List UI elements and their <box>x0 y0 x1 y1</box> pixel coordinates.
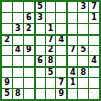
sudoku-cell-r4c7[interactable] <box>67 35 77 45</box>
sudoku-board: 53763132127449275684548971589 <box>0 0 101 101</box>
sudoku-cell-r8c3[interactable] <box>24 78 34 88</box>
sudoku-cell-r5c4[interactable] <box>35 46 45 56</box>
sudoku-cell-r9c1[interactable]: 5 <box>2 89 12 99</box>
sudoku-cell-r9c7[interactable] <box>67 89 77 99</box>
sudoku-cell-r9c3[interactable] <box>24 89 34 99</box>
sudoku-cell-r4c2[interactable] <box>13 35 23 45</box>
sudoku-cell-r4c6[interactable]: 4 <box>56 35 66 45</box>
sudoku-cell-r4c8[interactable] <box>78 35 88 45</box>
sudoku-cell-r9c9[interactable] <box>89 89 99 99</box>
sudoku-cell-r7c5[interactable]: 5 <box>46 67 56 77</box>
sudoku-cell-r6c7[interactable] <box>67 56 77 66</box>
sudoku-cell-r8c5[interactable] <box>46 78 56 88</box>
sudoku-cell-r7c6[interactable] <box>56 67 66 77</box>
sudoku-cell-r5c6[interactable] <box>56 46 66 56</box>
sudoku-cell-r2c3[interactable]: 6 <box>24 13 34 23</box>
sudoku-cell-r1c9[interactable]: 7 <box>89 2 99 12</box>
sudoku-cell-r3c9[interactable] <box>89 24 99 34</box>
sudoku-cell-r1c3[interactable] <box>24 2 34 12</box>
sudoku-cell-r1c2[interactable] <box>13 2 23 12</box>
sudoku-cell-r4c3[interactable] <box>24 35 34 45</box>
sudoku-cell-r7c1[interactable] <box>2 67 12 77</box>
sudoku-cell-r1c8[interactable]: 3 <box>78 2 88 12</box>
sudoku-cell-r6c6[interactable] <box>56 56 66 66</box>
sudoku-cell-r7c8[interactable]: 8 <box>78 67 88 77</box>
sudoku-cell-r7c7[interactable]: 4 <box>67 67 77 77</box>
sudoku-cell-r8c7[interactable]: 1 <box>67 78 77 88</box>
sudoku-cell-r2c4[interactable]: 3 <box>35 13 45 23</box>
sudoku-cell-r2c7[interactable] <box>67 13 77 23</box>
sudoku-cell-r9c8[interactable] <box>78 89 88 99</box>
sudoku-cell-r3c2[interactable]: 3 <box>13 24 23 34</box>
sudoku-cell-r6c8[interactable] <box>78 56 88 66</box>
sudoku-cell-r7c2[interactable] <box>13 67 23 77</box>
sudoku-cell-r7c9[interactable] <box>89 67 99 77</box>
sudoku-cell-r3c3[interactable]: 2 <box>24 24 34 34</box>
sudoku-cell-r3c6[interactable] <box>56 24 66 34</box>
sudoku-cell-r2c9[interactable]: 1 <box>89 13 99 23</box>
sudoku-cell-r9c5[interactable] <box>46 89 56 99</box>
sudoku-cell-r4c4[interactable] <box>35 35 45 45</box>
sudoku-cell-r8c4[interactable] <box>35 78 45 88</box>
sudoku-cell-r8c9[interactable] <box>89 78 99 88</box>
sudoku-cell-r7c4[interactable] <box>35 67 45 77</box>
sudoku-cell-r8c2[interactable] <box>13 78 23 88</box>
sudoku-cell-r4c1[interactable]: 2 <box>2 35 12 45</box>
sudoku-cell-r3c8[interactable] <box>78 24 88 34</box>
sudoku-cell-r6c2[interactable] <box>13 56 23 66</box>
sudoku-cell-r1c4[interactable]: 5 <box>35 2 45 12</box>
sudoku-cell-r8c6[interactable]: 7 <box>56 78 66 88</box>
sudoku-cell-r5c7[interactable]: 7 <box>67 46 77 56</box>
sudoku-cell-r1c1[interactable] <box>2 2 12 12</box>
sudoku-cell-r3c1[interactable] <box>2 24 12 34</box>
sudoku-cell-r3c7[interactable] <box>67 24 77 34</box>
sudoku-cell-r5c5[interactable]: 2 <box>46 46 56 56</box>
sudoku-cell-r2c1[interactable] <box>2 13 12 23</box>
sudoku-cell-r2c2[interactable] <box>13 13 23 23</box>
sudoku-cell-r1c7[interactable] <box>67 2 77 12</box>
sudoku-cell-r2c5[interactable] <box>46 13 56 23</box>
sudoku-cell-r5c9[interactable] <box>89 46 99 56</box>
sudoku-cell-r1c5[interactable] <box>46 2 56 12</box>
sudoku-cell-r6c4[interactable]: 6 <box>35 56 45 66</box>
sudoku-cell-r8c8[interactable] <box>78 78 88 88</box>
sudoku-cell-r6c1[interactable] <box>2 56 12 66</box>
sudoku-cell-r9c2[interactable]: 8 <box>13 89 23 99</box>
sudoku-cell-r9c6[interactable]: 9 <box>56 89 66 99</box>
sudoku-cell-r3c4[interactable] <box>35 24 45 34</box>
sudoku-cell-r5c2[interactable]: 4 <box>13 46 23 56</box>
sudoku-cell-r2c8[interactable] <box>78 13 88 23</box>
sudoku-cell-r4c5[interactable]: 7 <box>46 35 56 45</box>
sudoku-cell-r7c3[interactable] <box>24 67 34 77</box>
sudoku-cell-r9c4[interactable] <box>35 89 45 99</box>
sudoku-cell-r1c6[interactable] <box>56 2 66 12</box>
sudoku-cell-r5c1[interactable] <box>2 46 12 56</box>
sudoku-cell-r6c9[interactable]: 4 <box>89 56 99 66</box>
sudoku-cell-r8c1[interactable]: 9 <box>2 78 12 88</box>
sudoku-cell-r5c8[interactable]: 5 <box>78 46 88 56</box>
sudoku-cell-r6c3[interactable] <box>24 56 34 66</box>
sudoku-cell-r5c3[interactable]: 9 <box>24 46 34 56</box>
sudoku-cell-r2c6[interactable] <box>56 13 66 23</box>
sudoku-cell-r6c5[interactable]: 8 <box>46 56 56 66</box>
sudoku-cell-r3c5[interactable]: 1 <box>46 24 56 34</box>
sudoku-cell-r4c9[interactable] <box>89 35 99 45</box>
